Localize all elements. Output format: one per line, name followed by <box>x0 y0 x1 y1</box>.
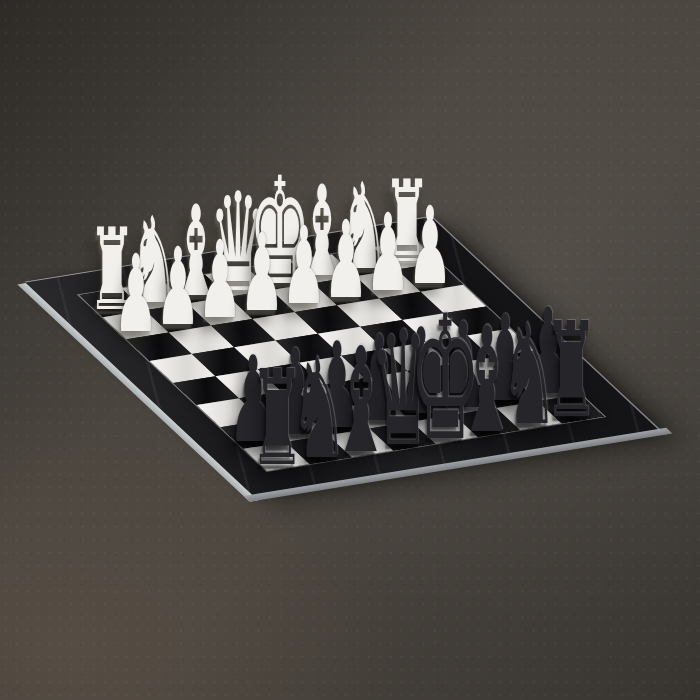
scene-photo: ♜♞♝♛♚♝♞♜♟♟♟♟♟♟♟♟♟♟♟♟♟♟♟♟♜♞♝♛♚♝♞♜ <box>0 0 700 700</box>
